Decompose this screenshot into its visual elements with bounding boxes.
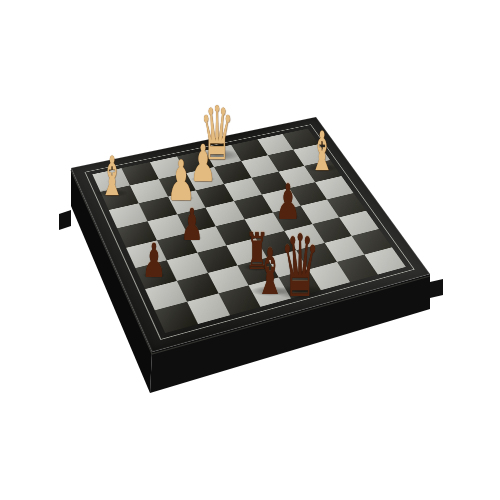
box-hinge-tab-left [59,210,71,230]
product-photo-scene: ♛♝♝♟♟♟♟♟♜♝♛ [0,0,500,500]
box-hinge-tab-right [430,279,443,298]
